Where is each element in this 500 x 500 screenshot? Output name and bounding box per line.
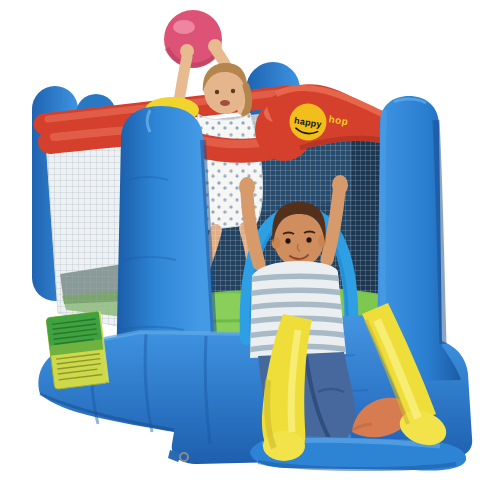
bouncy-castle-illustration: happy hop: [0, 0, 500, 500]
warning-label: [46, 311, 108, 389]
product-photo: happy hop: [0, 0, 500, 500]
